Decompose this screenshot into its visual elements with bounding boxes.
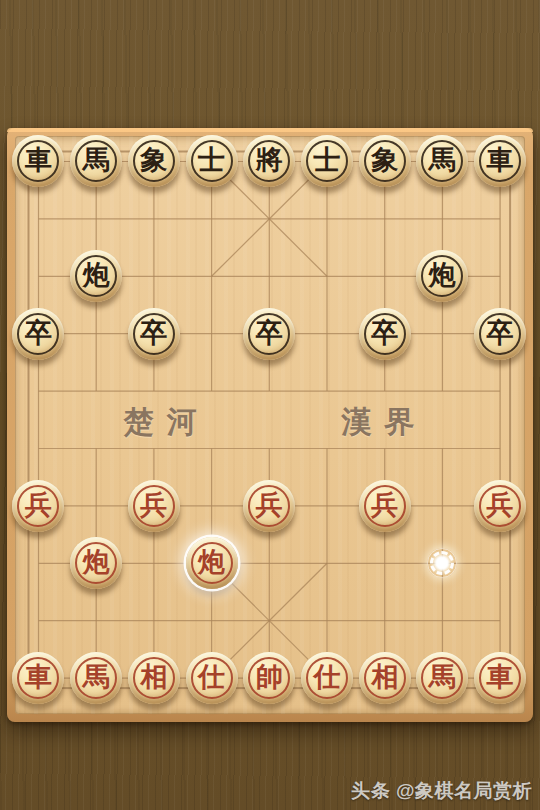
piece-glyph: 車 <box>487 664 514 691</box>
piece-glyph: 卒 <box>487 320 514 347</box>
piece-glyph: 象 <box>371 147 398 174</box>
move-origin-crosshair-icon <box>426 547 458 579</box>
piece-glyph: 馬 <box>83 147 110 174</box>
piece-glyph: 仕 <box>313 664 340 691</box>
piece-ring: 象 <box>364 140 406 182</box>
piece-ring: 卒 <box>248 313 290 355</box>
piece-ring: 相 <box>364 657 406 699</box>
piece-glyph: 相 <box>371 664 398 691</box>
piece-red-elephant[interactable]: 相 <box>359 652 411 704</box>
piece-red-horse[interactable]: 馬 <box>416 652 468 704</box>
piece-ring: 兵 <box>479 485 521 527</box>
piece-red-advisor[interactable]: 仕 <box>301 652 353 704</box>
piece-ring: 馬 <box>421 140 463 182</box>
piece-ring: 車 <box>17 657 59 699</box>
piece-glyph: 卒 <box>371 320 398 347</box>
piece-ring: 象 <box>133 140 175 182</box>
piece-red-advisor[interactable]: 仕 <box>186 652 238 704</box>
piece-glyph: 車 <box>25 664 52 691</box>
piece-glyph: 炮 <box>83 262 110 289</box>
piece-glyph: 仕 <box>198 664 225 691</box>
piece-ring: 車 <box>17 140 59 182</box>
piece-black-horse[interactable]: 馬 <box>70 135 122 187</box>
piece-glyph: 車 <box>25 147 52 174</box>
piece-ring: 帥 <box>248 657 290 699</box>
piece-glyph: 卒 <box>25 320 52 347</box>
piece-red-soldier[interactable]: 兵 <box>128 480 180 532</box>
piece-glyph: 象 <box>140 147 167 174</box>
piece-red-soldier[interactable]: 兵 <box>474 480 526 532</box>
piece-ring: 炮 <box>191 542 233 584</box>
xiangqi-game-screen: 楚河 漢界 車馬象士將士象馬車炮炮卒卒卒卒卒兵兵兵兵兵炮炮車馬相仕帥仕相馬車 头… <box>0 0 540 810</box>
piece-black-general[interactable]: 將 <box>243 135 295 187</box>
piece-black-chariot[interactable]: 車 <box>12 135 64 187</box>
piece-ring: 仕 <box>306 657 348 699</box>
piece-ring: 炮 <box>75 255 117 297</box>
piece-black-elephant[interactable]: 象 <box>128 135 180 187</box>
piece-glyph: 卒 <box>256 320 283 347</box>
piece-ring: 兵 <box>17 485 59 527</box>
piece-glyph: 兵 <box>487 492 514 519</box>
piece-ring: 將 <box>248 140 290 182</box>
piece-ring: 馬 <box>75 657 117 699</box>
piece-glyph: 兵 <box>140 492 167 519</box>
piece-ring: 馬 <box>421 657 463 699</box>
watermark-brand: 头条 <box>351 778 391 804</box>
piece-red-horse[interactable]: 馬 <box>70 652 122 704</box>
piece-glyph: 車 <box>487 147 514 174</box>
piece-red-soldier[interactable]: 兵 <box>243 480 295 532</box>
piece-black-advisor[interactable]: 士 <box>301 135 353 187</box>
piece-ring: 兵 <box>364 485 406 527</box>
piece-glyph: 馬 <box>429 664 456 691</box>
piece-black-cannon[interactable]: 炮 <box>70 250 122 302</box>
piece-ring: 炮 <box>75 542 117 584</box>
piece-ring: 仕 <box>191 657 233 699</box>
piece-black-soldier[interactable]: 卒 <box>243 308 295 360</box>
piece-ring: 士 <box>191 140 233 182</box>
piece-black-soldier[interactable]: 卒 <box>474 308 526 360</box>
piece-glyph: 士 <box>198 147 225 174</box>
piece-glyph: 卒 <box>140 320 167 347</box>
piece-ring: 相 <box>133 657 175 699</box>
piece-ring: 兵 <box>133 485 175 527</box>
piece-black-cannon[interactable]: 炮 <box>416 250 468 302</box>
piece-ring: 馬 <box>75 140 117 182</box>
piece-ring: 卒 <box>479 313 521 355</box>
piece-red-general[interactable]: 帥 <box>243 652 295 704</box>
piece-glyph: 將 <box>256 147 283 174</box>
piece-ring: 車 <box>479 140 521 182</box>
xiangqi-board[interactable]: 楚河 漢界 車馬象士將士象馬車炮炮卒卒卒卒卒兵兵兵兵兵炮炮車馬相仕帥仕相馬車 <box>7 128 533 722</box>
piece-ring: 士 <box>306 140 348 182</box>
piece-glyph: 馬 <box>83 664 110 691</box>
piece-black-soldier[interactable]: 卒 <box>12 308 64 360</box>
piece-glyph: 帥 <box>256 664 283 691</box>
piece-glyph: 馬 <box>429 147 456 174</box>
watermark: 头条 @象棋名局赏析 <box>351 778 532 804</box>
piece-ring: 卒 <box>133 313 175 355</box>
piece-black-chariot[interactable]: 車 <box>474 135 526 187</box>
piece-ring: 卒 <box>17 313 59 355</box>
piece-ring: 炮 <box>421 255 463 297</box>
piece-layer: 車馬象士將士象馬車炮炮卒卒卒卒卒兵兵兵兵兵炮炮車馬相仕帥仕相馬車 <box>10 133 529 707</box>
piece-black-soldier[interactable]: 卒 <box>128 308 180 360</box>
piece-ring: 卒 <box>364 313 406 355</box>
piece-glyph: 兵 <box>256 492 283 519</box>
piece-ring: 兵 <box>248 485 290 527</box>
piece-black-elephant[interactable]: 象 <box>359 135 411 187</box>
piece-glyph: 相 <box>140 664 167 691</box>
piece-red-cannon[interactable]: 炮 <box>70 537 122 589</box>
piece-red-elephant[interactable]: 相 <box>128 652 180 704</box>
piece-glyph: 兵 <box>371 492 398 519</box>
piece-glyph: 士 <box>313 147 340 174</box>
piece-black-horse[interactable]: 馬 <box>416 135 468 187</box>
piece-red-chariot[interactable]: 車 <box>474 652 526 704</box>
piece-glyph: 炮 <box>83 549 110 576</box>
piece-glyph: 炮 <box>198 549 225 576</box>
piece-black-advisor[interactable]: 士 <box>186 135 238 187</box>
piece-black-soldier[interactable]: 卒 <box>359 308 411 360</box>
piece-red-soldier[interactable]: 兵 <box>359 480 411 532</box>
piece-glyph: 炮 <box>429 262 456 289</box>
piece-red-cannon[interactable]: 炮 <box>186 537 238 589</box>
watermark-handle: @象棋名局赏析 <box>396 778 532 804</box>
piece-red-chariot[interactable]: 車 <box>12 652 64 704</box>
piece-ring: 車 <box>479 657 521 699</box>
piece-red-soldier[interactable]: 兵 <box>12 480 64 532</box>
piece-glyph: 兵 <box>25 492 52 519</box>
